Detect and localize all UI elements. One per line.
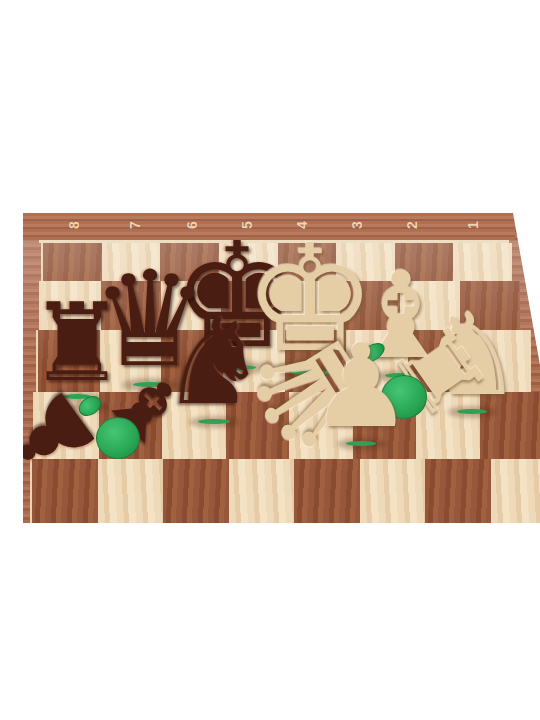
product-photo[interactable]: 87654321 ♚♛♜♞♝♟♚♝♛♞♜♟ — [0, 0, 540, 720]
dark-bishop-felt-base — [96, 417, 140, 459]
light-pawn-piece: ♟ — [309, 329, 412, 444]
pieces: ♚♛♜♞♝♟♚♝♛♞♜♟ — [23, 213, 540, 523]
chessboard: 87654321 ♚♛♜♞♝♟♚♝♛♞♜♟ — [23, 213, 540, 523]
